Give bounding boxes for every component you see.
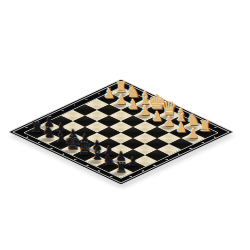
chess-set-photo: ♜♞♝♚♛♝♞♜♟♟♟♟♟♟♟♟♟♟♟♟♟♟♟♟♜♞♝♚♛♝♞♜ — [0, 0, 250, 250]
chess-board — [8, 79, 234, 185]
board-grid — [23, 87, 218, 179]
